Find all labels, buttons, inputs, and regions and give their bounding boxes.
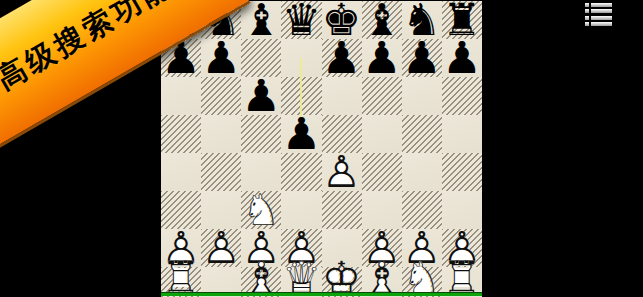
piece-black-pawn[interactable]: ♟	[201, 39, 241, 77]
square-f4[interactable]	[362, 153, 402, 191]
board-bottom-green-bar	[161, 292, 482, 296]
square-g4[interactable]	[402, 153, 442, 191]
square-b4[interactable]	[201, 153, 241, 191]
menu-icon-row	[585, 3, 612, 7]
piece-white-pawn[interactable]: ♟♙	[322, 153, 362, 191]
square-g5[interactable]	[402, 115, 442, 153]
square-h7[interactable]: ♟	[442, 39, 482, 77]
promo-ribbon-text: 高级搜索功能	[0, 0, 181, 99]
square-b5[interactable]	[201, 115, 241, 153]
square-e7[interactable]: ♟	[322, 39, 362, 77]
square-a5[interactable]	[161, 115, 201, 153]
square-f5[interactable]	[362, 115, 402, 153]
square-h4[interactable]	[442, 153, 482, 191]
menu-icon-bullet	[585, 16, 589, 20]
piece-black-pawn[interactable]: ♟	[281, 115, 321, 153]
piece-black-pawn[interactable]: ♟	[241, 77, 281, 115]
square-a4[interactable]	[161, 153, 201, 191]
menu-icon-bullet	[585, 3, 589, 7]
square-h5[interactable]	[442, 115, 482, 153]
menu-icon-bullet	[585, 22, 589, 26]
menu-icon-bar	[591, 9, 612, 13]
piece-black-pawn[interactable]: ♟	[442, 39, 482, 77]
square-f7[interactable]: ♟	[362, 39, 402, 77]
piece-black-pawn[interactable]: ♟	[322, 39, 362, 77]
piece-black-queen[interactable]: ♛	[281, 1, 321, 39]
menu-icon-row	[585, 22, 612, 26]
menu-icon-bar	[591, 16, 612, 20]
menu-icon-bar	[591, 22, 612, 26]
square-c8[interactable]: ♝	[241, 1, 281, 39]
piece-black-pawn[interactable]: ♟	[362, 39, 402, 77]
piece-white-pawn[interactable]: ♟♙	[201, 229, 241, 267]
square-g7[interactable]: ♟	[402, 39, 442, 77]
piece-black-pawn[interactable]: ♟	[402, 39, 442, 77]
chess-board: ♜♞♝♛♚♝♞♜♟♟♟♟♟♟♟♟♟♙♞♘♟♙♟♙♟♙♟♙♟♙♟♙♟♙♜♖♝♗♛♕…	[161, 1, 482, 297]
menu-icon-row	[585, 9, 612, 13]
square-c6[interactable]: ♟	[241, 77, 281, 115]
menu-icon-bullet	[585, 9, 589, 13]
square-b2[interactable]: ♟♙	[201, 229, 241, 267]
square-d5[interactable]: ♟	[281, 115, 321, 153]
piece-black-bishop[interactable]: ♝	[241, 1, 281, 39]
app-screenshot: ♜♞♝♛♚♝♞♜♟♟♟♟♟♟♟♟♟♙♞♘♟♙♟♙♟♙♟♙♟♙♟♙♟♙♜♖♝♗♛♕…	[0, 0, 643, 297]
square-d8[interactable]: ♛	[281, 1, 321, 39]
square-b7[interactable]: ♟	[201, 39, 241, 77]
list-menu-icon[interactable]	[585, 3, 612, 26]
menu-icon-row	[585, 16, 612, 20]
menu-icon-bar	[591, 3, 612, 7]
square-e4[interactable]: ♟♙	[322, 153, 362, 191]
